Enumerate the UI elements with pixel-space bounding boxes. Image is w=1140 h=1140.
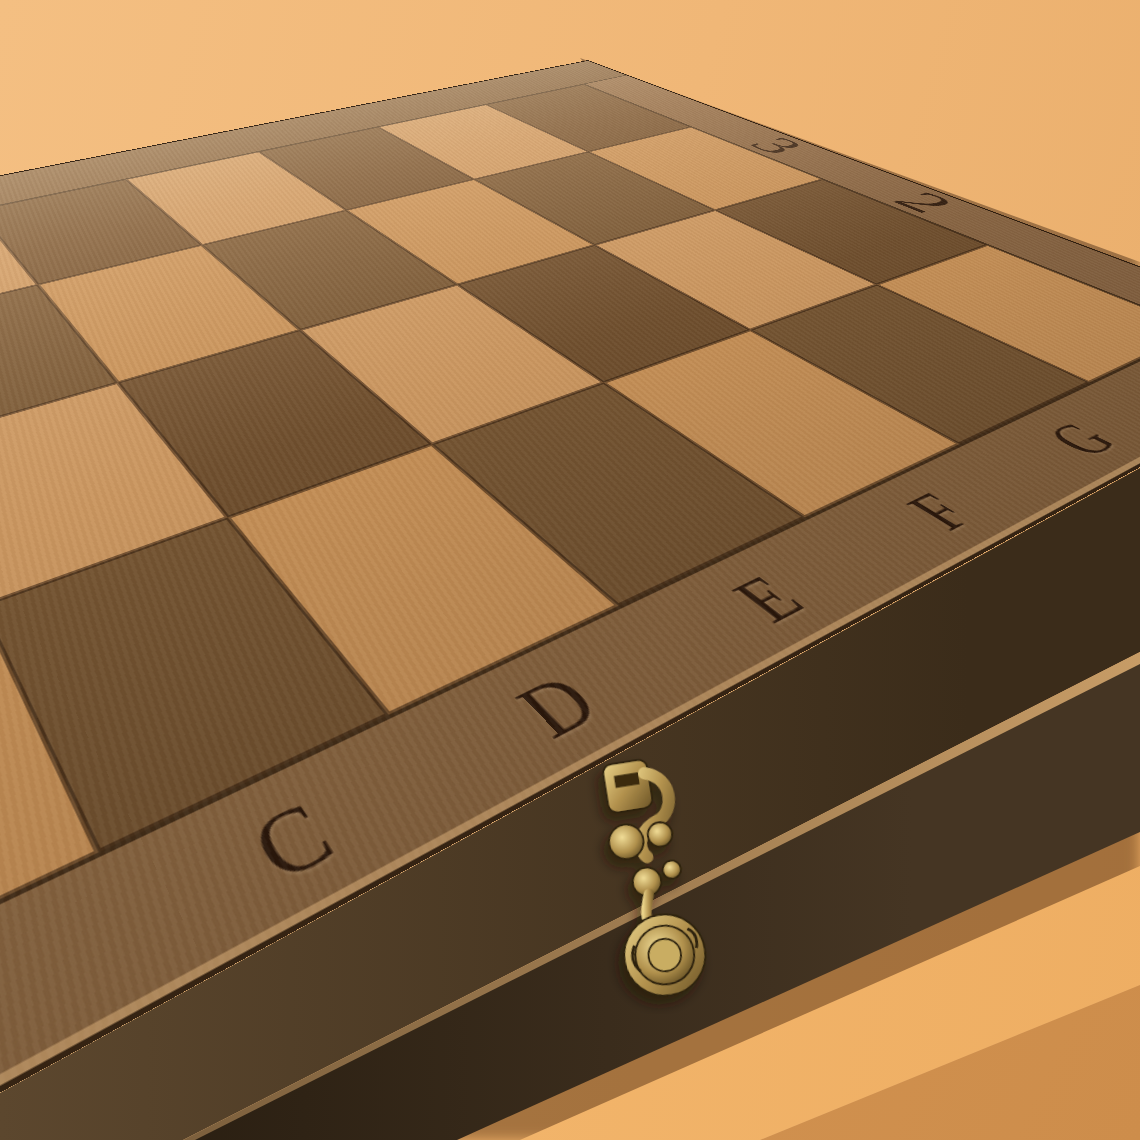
photo-scene: 32 ABCDEFGH — [0, 0, 1140, 1140]
brass-clasp — [586, 748, 718, 1014]
